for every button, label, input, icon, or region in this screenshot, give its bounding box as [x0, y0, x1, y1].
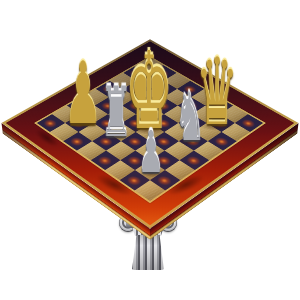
silver-rook-glyph: ♜ — [100, 76, 131, 146]
product-photo-stage: ♚♛♟♜♞♟ — [0, 0, 300, 300]
gold-pawn-glyph: ♟ — [64, 50, 102, 136]
silver-pawn-glyph: ♟ — [138, 123, 164, 181]
pieces-layer: ♚♛♟♜♞♟ — [0, 0, 300, 300]
silver-knight-glyph: ♞ — [175, 83, 205, 150]
